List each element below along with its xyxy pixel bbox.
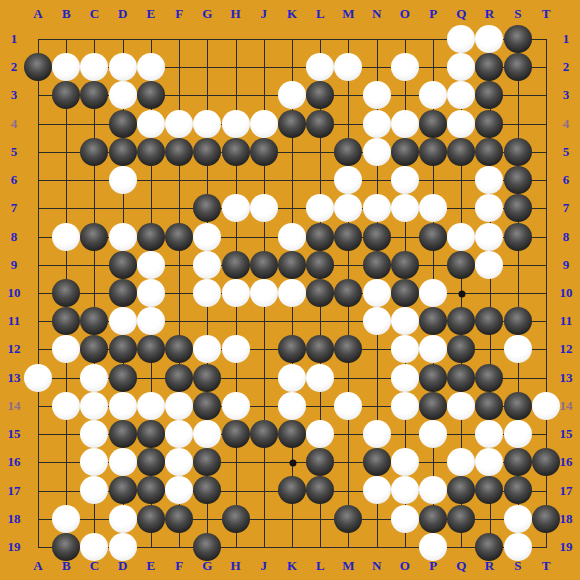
stone-black-L17[interactable]	[306, 476, 334, 504]
stone-black-F18[interactable]	[165, 505, 193, 533]
intersection-K15[interactable]	[278, 420, 306, 448]
intersection-M14[interactable]	[334, 392, 362, 420]
intersection-A13[interactable]	[24, 364, 52, 392]
intersection-S8[interactable]	[504, 222, 532, 250]
intersection-S9[interactable]	[504, 251, 532, 279]
intersection-G12[interactable]	[193, 335, 221, 363]
stone-black-E3[interactable]	[137, 81, 165, 109]
stone-black-B11[interactable]	[52, 307, 80, 335]
stone-white-F4[interactable]	[165, 110, 193, 138]
stone-black-R11[interactable]	[475, 307, 503, 335]
intersection-K8[interactable]	[278, 222, 306, 250]
intersection-E13[interactable]	[137, 364, 165, 392]
intersection-M6[interactable]	[334, 166, 362, 194]
intersection-R19[interactable]	[475, 533, 503, 561]
stone-black-S16[interactable]	[504, 448, 532, 476]
intersection-M3[interactable]	[334, 81, 362, 109]
intersection-B13[interactable]	[52, 364, 80, 392]
intersection-J15[interactable]	[250, 420, 278, 448]
intersection-A6[interactable]	[24, 166, 52, 194]
stone-black-R4[interactable]	[475, 110, 503, 138]
intersection-A15[interactable]	[24, 420, 52, 448]
intersection-P11[interactable]	[419, 307, 447, 335]
stone-white-G4[interactable]	[193, 110, 221, 138]
intersection-L6[interactable]	[306, 166, 334, 194]
stone-black-C3[interactable]	[80, 81, 108, 109]
stone-black-J5[interactable]	[250, 138, 278, 166]
intersection-R7[interactable]	[475, 194, 503, 222]
intersection-E10[interactable]	[137, 279, 165, 307]
intersection-E7[interactable]	[137, 194, 165, 222]
intersection-Q8[interactable]	[447, 222, 475, 250]
intersection-K19[interactable]	[278, 533, 306, 561]
stone-black-L8[interactable]	[306, 223, 334, 251]
stone-black-C12[interactable]	[80, 335, 108, 363]
stone-white-D2[interactable]	[109, 53, 137, 81]
stone-white-R1[interactable]	[475, 25, 503, 53]
stone-black-S2[interactable]	[504, 53, 532, 81]
intersection-O14[interactable]	[391, 392, 419, 420]
stone-black-D15[interactable]	[109, 420, 137, 448]
intersection-B17[interactable]	[52, 476, 80, 504]
intersection-D6[interactable]	[109, 166, 137, 194]
intersection-S13[interactable]	[504, 364, 532, 392]
stone-white-N10[interactable]	[363, 279, 391, 307]
intersection-Q18[interactable]	[447, 505, 475, 533]
intersection-O1[interactable]	[391, 25, 419, 53]
intersection-H2[interactable]	[221, 53, 249, 81]
stone-white-S12[interactable]	[504, 335, 532, 363]
stone-black-K4[interactable]	[278, 110, 306, 138]
intersection-O13[interactable]	[391, 364, 419, 392]
stone-black-E12[interactable]	[137, 335, 165, 363]
stone-black-M18[interactable]	[334, 505, 362, 533]
stone-black-L10[interactable]	[306, 279, 334, 307]
stone-white-N11[interactable]	[363, 307, 391, 335]
intersection-L4[interactable]	[306, 110, 334, 138]
intersection-P13[interactable]	[419, 364, 447, 392]
intersection-F19[interactable]	[165, 533, 193, 561]
stone-black-N9[interactable]	[363, 251, 391, 279]
intersection-P14[interactable]	[419, 392, 447, 420]
stone-white-Q8[interactable]	[447, 223, 475, 251]
intersection-Q13[interactable]	[447, 364, 475, 392]
intersection-T8[interactable]	[532, 222, 560, 250]
stone-white-R8[interactable]	[475, 223, 503, 251]
intersection-A4[interactable]	[24, 110, 52, 138]
stone-black-G16[interactable]	[193, 448, 221, 476]
intersection-M1[interactable]	[334, 25, 362, 53]
intersection-T14[interactable]	[532, 392, 560, 420]
intersection-Q15[interactable]	[447, 420, 475, 448]
intersection-C5[interactable]	[80, 138, 108, 166]
intersection-O8[interactable]	[391, 222, 419, 250]
stone-white-L2[interactable]	[306, 53, 334, 81]
intersection-R4[interactable]	[475, 110, 503, 138]
intersection-P17[interactable]	[419, 476, 447, 504]
intersection-B19[interactable]	[52, 533, 80, 561]
intersection-N4[interactable]	[363, 110, 391, 138]
stone-white-D11[interactable]	[109, 307, 137, 335]
intersection-K10[interactable]	[278, 279, 306, 307]
intersection-C3[interactable]	[80, 81, 108, 109]
intersection-O5[interactable]	[391, 138, 419, 166]
intersection-Q4[interactable]	[447, 110, 475, 138]
intersection-P12[interactable]	[419, 335, 447, 363]
stone-white-J10[interactable]	[250, 279, 278, 307]
intersection-Q6[interactable]	[447, 166, 475, 194]
intersection-S3[interactable]	[504, 81, 532, 109]
intersection-H7[interactable]	[221, 194, 249, 222]
intersection-Q9[interactable]	[447, 251, 475, 279]
intersection-N3[interactable]	[363, 81, 391, 109]
intersection-M7[interactable]	[334, 194, 362, 222]
intersection-T17[interactable]	[532, 476, 560, 504]
intersection-E17[interactable]	[137, 476, 165, 504]
intersection-F17[interactable]	[165, 476, 193, 504]
stone-black-C8[interactable]	[80, 223, 108, 251]
intersection-A19[interactable]	[24, 533, 52, 561]
stone-black-O9[interactable]	[391, 251, 419, 279]
stone-black-H15[interactable]	[222, 420, 250, 448]
stone-black-G14[interactable]	[193, 392, 221, 420]
intersection-R6[interactable]	[475, 166, 503, 194]
intersection-N5[interactable]	[363, 138, 391, 166]
intersection-N16[interactable]	[363, 448, 391, 476]
intersection-F12[interactable]	[165, 335, 193, 363]
stone-white-S15[interactable]	[504, 420, 532, 448]
intersection-L18[interactable]	[306, 505, 334, 533]
intersection-J14[interactable]	[250, 392, 278, 420]
intersection-S18[interactable]	[504, 505, 532, 533]
intersection-T4[interactable]	[532, 110, 560, 138]
stone-white-K10[interactable]	[278, 279, 306, 307]
intersection-R18[interactable]	[475, 505, 503, 533]
stone-black-O5[interactable]	[391, 138, 419, 166]
stone-white-N15[interactable]	[363, 420, 391, 448]
intersection-F8[interactable]	[165, 222, 193, 250]
intersection-E19[interactable]	[137, 533, 165, 561]
intersection-C9[interactable]	[80, 251, 108, 279]
intersection-T5[interactable]	[532, 138, 560, 166]
intersection-N12[interactable]	[363, 335, 391, 363]
stone-black-H18[interactable]	[222, 505, 250, 533]
intersection-O16[interactable]	[391, 448, 419, 476]
stone-black-D4[interactable]	[109, 110, 137, 138]
intersection-L16[interactable]	[306, 448, 334, 476]
intersection-D7[interactable]	[109, 194, 137, 222]
stone-white-P17[interactable]	[419, 476, 447, 504]
intersection-G16[interactable]	[193, 448, 221, 476]
intersection-P10[interactable]	[419, 279, 447, 307]
stone-black-R3[interactable]	[475, 81, 503, 109]
stone-white-O18[interactable]	[391, 505, 419, 533]
intersection-F4[interactable]	[165, 110, 193, 138]
stone-white-R16[interactable]	[475, 448, 503, 476]
intersection-B5[interactable]	[52, 138, 80, 166]
stone-white-S18[interactable]	[504, 505, 532, 533]
intersection-H9[interactable]	[221, 251, 249, 279]
intersection-E11[interactable]	[137, 307, 165, 335]
intersection-B9[interactable]	[52, 251, 80, 279]
intersection-T13[interactable]	[532, 364, 560, 392]
intersection-A7[interactable]	[24, 194, 52, 222]
intersection-H17[interactable]	[221, 476, 249, 504]
stone-white-Q4[interactable]	[447, 110, 475, 138]
intersection-S17[interactable]	[504, 476, 532, 504]
intersection-B2[interactable]	[52, 53, 80, 81]
intersection-T1[interactable]	[532, 25, 560, 53]
stone-black-B10[interactable]	[52, 279, 80, 307]
stone-white-R9[interactable]	[475, 251, 503, 279]
intersection-A8[interactable]	[24, 222, 52, 250]
intersection-G6[interactable]	[193, 166, 221, 194]
stone-white-C16[interactable]	[80, 448, 108, 476]
intersection-Q2[interactable]	[447, 53, 475, 81]
stone-black-A2[interactable]	[24, 53, 52, 81]
intersection-Q16[interactable]	[447, 448, 475, 476]
intersection-R1[interactable]	[475, 25, 503, 53]
intersection-D17[interactable]	[109, 476, 137, 504]
intersection-M13[interactable]	[334, 364, 362, 392]
intersection-O15[interactable]	[391, 420, 419, 448]
intersection-O6[interactable]	[391, 166, 419, 194]
stone-white-B2[interactable]	[52, 53, 80, 81]
stone-white-F16[interactable]	[165, 448, 193, 476]
intersection-F9[interactable]	[165, 251, 193, 279]
intersection-L12[interactable]	[306, 335, 334, 363]
intersection-D4[interactable]	[109, 110, 137, 138]
intersection-C7[interactable]	[80, 194, 108, 222]
stone-black-R17[interactable]	[475, 476, 503, 504]
stone-white-A13[interactable]	[24, 364, 52, 392]
stone-black-C5[interactable]	[80, 138, 108, 166]
stone-white-O16[interactable]	[391, 448, 419, 476]
intersection-S16[interactable]	[504, 448, 532, 476]
stone-black-R14[interactable]	[475, 392, 503, 420]
intersection-E9[interactable]	[137, 251, 165, 279]
intersection-S11[interactable]	[504, 307, 532, 335]
intersection-G1[interactable]	[193, 25, 221, 53]
intersection-J10[interactable]	[250, 279, 278, 307]
stone-black-K15[interactable]	[278, 420, 306, 448]
intersection-C2[interactable]	[80, 53, 108, 81]
intersection-T16[interactable]	[532, 448, 560, 476]
intersection-D12[interactable]	[109, 335, 137, 363]
stone-white-K13[interactable]	[278, 364, 306, 392]
stone-black-G19[interactable]	[193, 533, 221, 561]
intersection-A1[interactable]	[24, 25, 52, 53]
stone-black-K17[interactable]	[278, 476, 306, 504]
intersection-G3[interactable]	[193, 81, 221, 109]
stone-black-K12[interactable]	[278, 335, 306, 363]
intersection-N13[interactable]	[363, 364, 391, 392]
intersection-G9[interactable]	[193, 251, 221, 279]
intersection-Q19[interactable]	[447, 533, 475, 561]
intersection-O2[interactable]	[391, 53, 419, 81]
stone-white-P3[interactable]	[419, 81, 447, 109]
stone-white-O6[interactable]	[391, 166, 419, 194]
intersection-B12[interactable]	[52, 335, 80, 363]
intersection-O4[interactable]	[391, 110, 419, 138]
stone-white-N4[interactable]	[363, 110, 391, 138]
stone-white-Q2[interactable]	[447, 53, 475, 81]
intersection-M16[interactable]	[334, 448, 362, 476]
stone-black-S7[interactable]	[504, 194, 532, 222]
intersection-K11[interactable]	[278, 307, 306, 335]
intersection-D16[interactable]	[109, 448, 137, 476]
intersection-S15[interactable]	[504, 420, 532, 448]
intersection-T9[interactable]	[532, 251, 560, 279]
intersection-J11[interactable]	[250, 307, 278, 335]
intersection-Q14[interactable]	[447, 392, 475, 420]
stone-black-M5[interactable]	[334, 138, 362, 166]
intersection-E4[interactable]	[137, 110, 165, 138]
intersection-C15[interactable]	[80, 420, 108, 448]
intersection-S10[interactable]	[504, 279, 532, 307]
intersection-M12[interactable]	[334, 335, 362, 363]
intersection-G17[interactable]	[193, 476, 221, 504]
intersection-R14[interactable]	[475, 392, 503, 420]
stone-white-H12[interactable]	[222, 335, 250, 363]
intersection-S4[interactable]	[504, 110, 532, 138]
stone-white-G9[interactable]	[193, 251, 221, 279]
intersection-T2[interactable]	[532, 53, 560, 81]
intersection-B16[interactable]	[52, 448, 80, 476]
intersection-C11[interactable]	[80, 307, 108, 335]
intersection-K14[interactable]	[278, 392, 306, 420]
stone-black-P8[interactable]	[419, 223, 447, 251]
intersection-P2[interactable]	[419, 53, 447, 81]
intersection-N8[interactable]	[363, 222, 391, 250]
intersection-Q12[interactable]	[447, 335, 475, 363]
stone-white-N7[interactable]	[363, 194, 391, 222]
intersection-K3[interactable]	[278, 81, 306, 109]
intersection-H8[interactable]	[221, 222, 249, 250]
stone-white-P12[interactable]	[419, 335, 447, 363]
intersection-H18[interactable]	[221, 505, 249, 533]
intersection-F13[interactable]	[165, 364, 193, 392]
stone-black-K9[interactable]	[278, 251, 306, 279]
intersection-F7[interactable]	[165, 194, 193, 222]
intersection-K5[interactable]	[278, 138, 306, 166]
intersection-R8[interactable]	[475, 222, 503, 250]
stone-black-Q11[interactable]	[447, 307, 475, 335]
intersection-E3[interactable]	[137, 81, 165, 109]
stone-white-D6[interactable]	[109, 166, 137, 194]
intersection-L15[interactable]	[306, 420, 334, 448]
intersection-H12[interactable]	[221, 335, 249, 363]
intersection-S12[interactable]	[504, 335, 532, 363]
stone-black-O10[interactable]	[391, 279, 419, 307]
intersection-Q17[interactable]	[447, 476, 475, 504]
intersection-H16[interactable]	[221, 448, 249, 476]
stone-white-B18[interactable]	[52, 505, 80, 533]
stone-black-F8[interactable]	[165, 223, 193, 251]
intersection-E14[interactable]	[137, 392, 165, 420]
intersection-R12[interactable]	[475, 335, 503, 363]
stone-black-H5[interactable]	[222, 138, 250, 166]
intersection-K13[interactable]	[278, 364, 306, 392]
intersection-D14[interactable]	[109, 392, 137, 420]
stone-black-P13[interactable]	[419, 364, 447, 392]
stone-black-M10[interactable]	[334, 279, 362, 307]
intersection-Q3[interactable]	[447, 81, 475, 109]
intersection-J3[interactable]	[250, 81, 278, 109]
intersection-J4[interactable]	[250, 110, 278, 138]
stone-white-K8[interactable]	[278, 223, 306, 251]
stone-white-G12[interactable]	[193, 335, 221, 363]
intersection-E12[interactable]	[137, 335, 165, 363]
intersection-N10[interactable]	[363, 279, 391, 307]
intersection-H6[interactable]	[221, 166, 249, 194]
intersection-F3[interactable]	[165, 81, 193, 109]
intersection-J9[interactable]	[250, 251, 278, 279]
intersection-D13[interactable]	[109, 364, 137, 392]
stone-white-C2[interactable]	[80, 53, 108, 81]
stone-black-E8[interactable]	[137, 223, 165, 251]
stone-white-D3[interactable]	[109, 81, 137, 109]
stone-black-B19[interactable]	[52, 533, 80, 561]
stone-white-O13[interactable]	[391, 364, 419, 392]
intersection-N19[interactable]	[363, 533, 391, 561]
intersection-K16[interactable]	[278, 448, 306, 476]
stone-white-C14[interactable]	[80, 392, 108, 420]
stone-white-C17[interactable]	[80, 476, 108, 504]
stone-white-G15[interactable]	[193, 420, 221, 448]
intersection-H1[interactable]	[221, 25, 249, 53]
stone-white-D18[interactable]	[109, 505, 137, 533]
stone-black-D10[interactable]	[109, 279, 137, 307]
intersection-N9[interactable]	[363, 251, 391, 279]
stone-white-G10[interactable]	[193, 279, 221, 307]
intersection-P7[interactable]	[419, 194, 447, 222]
intersection-B1[interactable]	[52, 25, 80, 53]
intersection-P4[interactable]	[419, 110, 447, 138]
stone-white-F15[interactable]	[165, 420, 193, 448]
intersection-J19[interactable]	[250, 533, 278, 561]
stone-black-F12[interactable]	[165, 335, 193, 363]
intersection-Q5[interactable]	[447, 138, 475, 166]
intersection-A17[interactable]	[24, 476, 52, 504]
stone-white-B8[interactable]	[52, 223, 80, 251]
intersection-T7[interactable]	[532, 194, 560, 222]
stone-black-N8[interactable]	[363, 223, 391, 251]
intersection-D19[interactable]	[109, 533, 137, 561]
stone-white-H4[interactable]	[222, 110, 250, 138]
stone-black-Q17[interactable]	[447, 476, 475, 504]
stone-black-G13[interactable]	[193, 364, 221, 392]
stone-white-D16[interactable]	[109, 448, 137, 476]
stone-white-N3[interactable]	[363, 81, 391, 109]
intersection-H19[interactable]	[221, 533, 249, 561]
intersection-E18[interactable]	[137, 505, 165, 533]
stone-white-E14[interactable]	[137, 392, 165, 420]
stone-white-F14[interactable]	[165, 392, 193, 420]
stone-white-B12[interactable]	[52, 335, 80, 363]
stone-black-M12[interactable]	[334, 335, 362, 363]
intersection-E1[interactable]	[137, 25, 165, 53]
intersection-J18[interactable]	[250, 505, 278, 533]
intersection-J8[interactable]	[250, 222, 278, 250]
stone-black-E15[interactable]	[137, 420, 165, 448]
intersection-A2[interactable]	[24, 53, 52, 81]
intersection-R2[interactable]	[475, 53, 503, 81]
intersection-P16[interactable]	[419, 448, 447, 476]
intersection-E2[interactable]	[137, 53, 165, 81]
intersection-L9[interactable]	[306, 251, 334, 279]
intersection-H15[interactable]	[221, 420, 249, 448]
